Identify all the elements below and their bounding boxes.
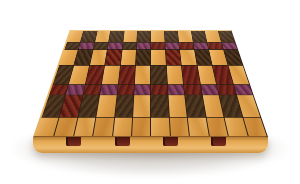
wood-block-W — [218, 31, 235, 42]
wood-block-P — [201, 85, 219, 95]
front-face-dark-block — [66, 137, 81, 146]
wood-block-P — [165, 42, 179, 49]
wood-block-P — [79, 42, 94, 49]
wood-block-R — [217, 85, 235, 95]
wood-block-M2 — [132, 118, 150, 136]
wood-block-M — [167, 66, 184, 85]
wood-block-M — [168, 95, 187, 117]
wood-block-R — [207, 42, 222, 49]
wood-block-R — [118, 66, 135, 85]
wood-block-M — [151, 118, 169, 136]
wood-block-M — [133, 95, 150, 117]
wood-block-P — [234, 85, 253, 95]
wood-block-W — [122, 42, 136, 49]
wood-block-M2 — [170, 118, 189, 136]
wood-block-M — [188, 118, 208, 136]
wood-block-R — [151, 85, 167, 95]
front-face — [33, 136, 268, 153]
wood-block-R — [166, 50, 181, 65]
wood-block-R — [105, 50, 121, 65]
wood-block-M — [95, 31, 110, 42]
wood-block-M2 — [243, 118, 267, 136]
wood-block-M — [113, 118, 132, 136]
wood-block-M — [178, 31, 193, 42]
front-face-dark-block — [211, 137, 226, 146]
wood-block-P — [137, 42, 151, 49]
cutting-board-photo — [0, 0, 300, 184]
front-face-dark-block — [163, 137, 178, 146]
wood-block-M — [151, 31, 164, 42]
wood-block-R — [151, 42, 165, 49]
wood-block-W — [151, 66, 167, 85]
wood-block-W — [136, 50, 151, 65]
wood-block-M — [135, 66, 151, 85]
wood-block-P — [134, 85, 150, 95]
wood-block-W — [65, 42, 81, 49]
wood-block-R — [49, 85, 68, 95]
wood-block-W — [224, 50, 243, 65]
wood-block-W — [115, 95, 134, 117]
wood-block-W — [165, 31, 179, 42]
wood-block-W — [93, 42, 108, 49]
wood-block-P — [222, 42, 238, 49]
wood-block-M — [151, 50, 166, 65]
wood-block-P — [168, 85, 185, 95]
wood-block-M — [180, 50, 196, 65]
wood-block-W — [151, 95, 168, 117]
wood-block-M — [102, 66, 120, 85]
wood-block-P — [108, 42, 123, 49]
wood-block-R — [117, 85, 134, 95]
wood-block-R — [83, 85, 101, 95]
wood-block-M2 — [93, 118, 113, 136]
wood-block-W — [109, 31, 124, 42]
wood-block-M — [121, 50, 136, 65]
wood-block-R — [179, 42, 194, 49]
board-grid — [33, 30, 268, 137]
wood-block-R — [184, 85, 201, 95]
wood-block-M — [123, 31, 137, 42]
wood-block-P — [66, 85, 84, 95]
front-face-dark-block — [115, 137, 130, 146]
wood-block-M — [74, 118, 95, 136]
wood-block-M — [97, 95, 117, 117]
wood-block-P — [100, 85, 117, 95]
wood-block-P — [193, 42, 208, 49]
wood-block-W — [137, 31, 150, 42]
board-top-surface — [33, 30, 268, 137]
